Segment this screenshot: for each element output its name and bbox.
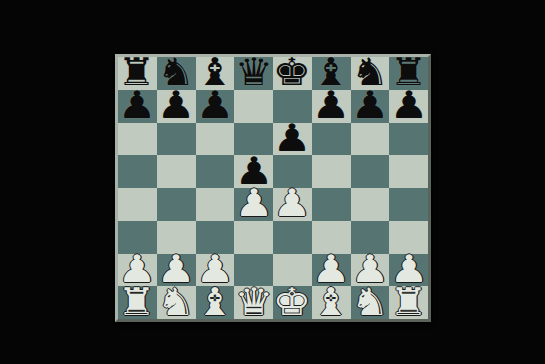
square-f5[interactable] <box>312 155 351 188</box>
white-rook-a1[interactable]: ♜ <box>118 283 157 321</box>
square-f6[interactable] <box>312 123 351 156</box>
square-e4[interactable]: ♟ <box>273 188 312 221</box>
square-b7[interactable]: ♟ <box>157 90 196 123</box>
square-h5[interactable] <box>389 155 428 188</box>
chess-board: ♜♞♝♛♚♝♞♜♟♟♟♟♟♟♟♟♟♟♟♟♟♟♟♟♜♞♝♛♚♝♞♜ <box>115 54 431 322</box>
black-pawn-a7[interactable]: ♟ <box>118 86 157 124</box>
video-frame: ♜♞♝♛♚♝♞♜♟♟♟♟♟♟♟♟♟♟♟♟♟♟♟♟♜♞♝♛♚♝♞♜ <box>0 0 545 364</box>
square-h1[interactable]: ♜ <box>389 286 428 319</box>
black-king-e8[interactable]: ♚ <box>273 53 312 91</box>
black-pawn-g7[interactable]: ♟ <box>351 86 390 124</box>
square-d1[interactable]: ♛ <box>234 286 273 319</box>
square-d4[interactable]: ♟ <box>234 188 273 221</box>
square-h6[interactable] <box>389 123 428 156</box>
white-bishop-f1[interactable]: ♝ <box>312 283 351 321</box>
white-king-e1[interactable]: ♚ <box>273 283 312 321</box>
white-bishop-c1[interactable]: ♝ <box>196 283 235 321</box>
square-f4[interactable] <box>312 188 351 221</box>
square-d3[interactable] <box>234 221 273 254</box>
square-c4[interactable] <box>196 188 235 221</box>
square-a1[interactable]: ♜ <box>118 286 157 319</box>
square-e6[interactable]: ♟ <box>273 123 312 156</box>
square-g4[interactable] <box>351 188 390 221</box>
white-knight-g1[interactable]: ♞ <box>351 283 390 321</box>
square-c1[interactable]: ♝ <box>196 286 235 319</box>
black-pawn-f7[interactable]: ♟ <box>312 86 351 124</box>
white-pawn-e4[interactable]: ♟ <box>273 184 312 222</box>
white-rook-h1[interactable]: ♜ <box>389 283 428 321</box>
square-a7[interactable]: ♟ <box>118 90 157 123</box>
square-e1[interactable]: ♚ <box>273 286 312 319</box>
black-pawn-b7[interactable]: ♟ <box>157 86 196 124</box>
square-b5[interactable] <box>157 155 196 188</box>
black-pawn-c7[interactable]: ♟ <box>196 86 235 124</box>
square-e3[interactable] <box>273 221 312 254</box>
square-b4[interactable] <box>157 188 196 221</box>
square-g1[interactable]: ♞ <box>351 286 390 319</box>
square-h7[interactable]: ♟ <box>389 90 428 123</box>
square-b6[interactable] <box>157 123 196 156</box>
black-queen-d8[interactable]: ♛ <box>234 53 273 91</box>
square-c6[interactable] <box>196 123 235 156</box>
square-g5[interactable] <box>351 155 390 188</box>
square-a5[interactable] <box>118 155 157 188</box>
square-h4[interactable] <box>389 188 428 221</box>
white-pawn-d4[interactable]: ♟ <box>234 184 273 222</box>
square-f7[interactable]: ♟ <box>312 90 351 123</box>
square-c5[interactable] <box>196 155 235 188</box>
square-d8[interactable]: ♛ <box>234 57 273 90</box>
square-d7[interactable] <box>234 90 273 123</box>
square-b1[interactable]: ♞ <box>157 286 196 319</box>
black-pawn-e6[interactable]: ♟ <box>273 119 312 157</box>
white-queen-d1[interactable]: ♛ <box>234 283 273 321</box>
square-a6[interactable] <box>118 123 157 156</box>
square-g7[interactable]: ♟ <box>351 90 390 123</box>
black-pawn-h7[interactable]: ♟ <box>389 86 428 124</box>
square-a4[interactable] <box>118 188 157 221</box>
square-c7[interactable]: ♟ <box>196 90 235 123</box>
white-knight-b1[interactable]: ♞ <box>157 283 196 321</box>
square-f1[interactable]: ♝ <box>312 286 351 319</box>
board-grid: ♜♞♝♛♚♝♞♜♟♟♟♟♟♟♟♟♟♟♟♟♟♟♟♟♜♞♝♛♚♝♞♜ <box>118 57 428 319</box>
square-g6[interactable] <box>351 123 390 156</box>
square-e8[interactable]: ♚ <box>273 57 312 90</box>
